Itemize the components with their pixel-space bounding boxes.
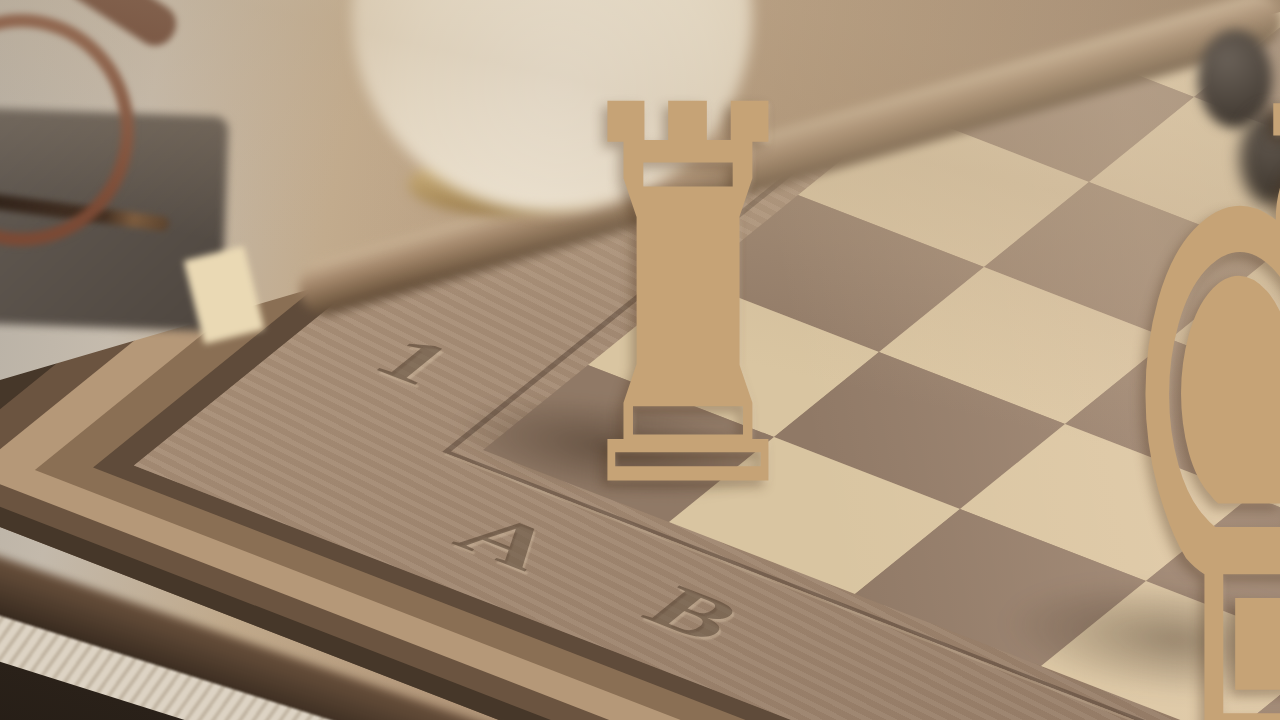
- white-king[interactable]: ♚: [1099, 0, 1280, 720]
- chess-scene: 1 A B ♜ ♚: [0, 0, 1280, 720]
- white-rook[interactable]: ♜: [560, 40, 816, 560]
